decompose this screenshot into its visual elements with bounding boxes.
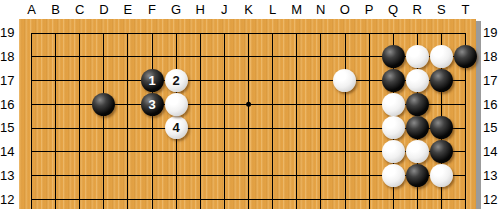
white-stone-O17[interactable] bbox=[333, 69, 356, 92]
row-label-15-l: 15 bbox=[0, 116, 16, 140]
column-label-A: A bbox=[19, 0, 43, 19]
intersection-F16: 3 bbox=[140, 92, 164, 116]
column-label-H: H bbox=[188, 0, 212, 19]
intersection-G16 bbox=[164, 92, 188, 116]
column-label-E: E bbox=[116, 0, 140, 19]
column-label-B: B bbox=[44, 0, 68, 19]
white-stone-G17[interactable]: 2 bbox=[165, 69, 188, 92]
intersection-S14 bbox=[429, 140, 453, 164]
black-stone-Q17[interactable] bbox=[382, 69, 405, 92]
black-stone-D16[interactable] bbox=[92, 93, 115, 116]
row-labels-left: 1918171615141312 bbox=[0, 21, 16, 209]
row-labels-right: 1918171615141312 bbox=[483, 21, 500, 209]
intersection-R13 bbox=[405, 164, 429, 188]
intersection-R16 bbox=[405, 92, 429, 116]
white-stone-Q14[interactable] bbox=[382, 140, 405, 163]
black-stone-S17[interactable] bbox=[430, 69, 453, 92]
intersection-R14 bbox=[405, 140, 429, 164]
intersection-D16 bbox=[92, 92, 116, 116]
row-label-12-l: 12 bbox=[0, 187, 16, 209]
black-stone-R16[interactable] bbox=[406, 93, 429, 116]
intersection-Q13 bbox=[381, 164, 405, 188]
column-label-D: D bbox=[92, 0, 116, 19]
intersection-S15 bbox=[429, 116, 453, 140]
column-label-N: N bbox=[309, 0, 333, 19]
white-stone-G16[interactable] bbox=[165, 93, 188, 116]
column-label-T: T bbox=[453, 0, 477, 19]
white-stone-Q15[interactable] bbox=[382, 116, 405, 139]
row-label-18-r: 18 bbox=[483, 45, 500, 69]
column-label-J: J bbox=[212, 0, 236, 19]
intersection-S18 bbox=[429, 45, 453, 69]
row-label-15-r: 15 bbox=[483, 116, 500, 140]
row-label-19-l: 19 bbox=[0, 21, 16, 45]
move-number: 2 bbox=[173, 74, 180, 87]
column-label-M: M bbox=[285, 0, 309, 19]
row-label-19-r: 19 bbox=[483, 21, 500, 45]
column-label-R: R bbox=[405, 0, 429, 19]
go-diagram-screenshot: ABCDEFGHJKLMNOPQRST 1918171615141312 191… bbox=[0, 0, 500, 209]
row-label-16-l: 16 bbox=[0, 92, 16, 116]
stones-layer: 1234 bbox=[19, 21, 477, 209]
intersection-R18 bbox=[405, 45, 429, 69]
column-label-C: C bbox=[68, 0, 92, 19]
black-stone-R13[interactable] bbox=[406, 164, 429, 187]
intersection-T18 bbox=[453, 45, 477, 69]
column-label-F: F bbox=[140, 0, 164, 19]
row-label-16-r: 16 bbox=[483, 92, 500, 116]
white-stone-R17[interactable] bbox=[406, 69, 429, 92]
white-stone-R18[interactable] bbox=[406, 45, 429, 68]
black-stone-S14[interactable] bbox=[430, 140, 453, 163]
white-stone-S18[interactable] bbox=[430, 45, 453, 68]
column-label-Q: Q bbox=[381, 0, 405, 19]
move-number: 4 bbox=[173, 121, 180, 134]
column-label-P: P bbox=[357, 0, 381, 19]
row-label-18-l: 18 bbox=[0, 45, 16, 69]
column-label-O: O bbox=[333, 0, 357, 19]
column-label-L: L bbox=[261, 0, 285, 19]
black-stone-S15[interactable] bbox=[430, 116, 453, 139]
row-label-12-r: 12 bbox=[483, 187, 500, 209]
intersection-F17: 1 bbox=[140, 69, 164, 93]
intersection-O17 bbox=[333, 69, 357, 93]
black-stone-F16[interactable]: 3 bbox=[141, 93, 164, 116]
column-labels: ABCDEFGHJKLMNOPQRST bbox=[19, 0, 477, 19]
white-stone-Q16[interactable] bbox=[382, 93, 405, 116]
column-label-S: S bbox=[429, 0, 453, 19]
white-stone-G15[interactable]: 4 bbox=[165, 116, 188, 139]
row-label-17-l: 17 bbox=[0, 69, 16, 93]
row-label-17-r: 17 bbox=[483, 69, 500, 93]
row-label-13-r: 13 bbox=[483, 164, 500, 188]
white-stone-R14[interactable] bbox=[406, 140, 429, 163]
row-label-13-l: 13 bbox=[0, 164, 16, 188]
row-label-14-r: 14 bbox=[483, 140, 500, 164]
black-stone-R15[interactable] bbox=[406, 116, 429, 139]
intersection-S17 bbox=[429, 69, 453, 93]
intersection-Q14 bbox=[381, 140, 405, 164]
intersection-Q15 bbox=[381, 116, 405, 140]
move-number: 3 bbox=[148, 98, 155, 111]
black-stone-T18[interactable] bbox=[454, 45, 477, 68]
intersection-Q18 bbox=[381, 45, 405, 69]
intersection-G15: 4 bbox=[164, 116, 188, 140]
intersection-R17 bbox=[405, 69, 429, 93]
white-stone-Q13[interactable] bbox=[382, 164, 405, 187]
column-label-K: K bbox=[236, 0, 260, 19]
row-label-14-l: 14 bbox=[0, 140, 16, 164]
white-stone-S13[interactable] bbox=[430, 164, 453, 187]
move-number: 1 bbox=[148, 74, 155, 87]
black-stone-Q18[interactable] bbox=[382, 45, 405, 68]
intersection-Q17 bbox=[381, 69, 405, 93]
black-stone-F17[interactable]: 1 bbox=[141, 69, 164, 92]
intersection-G17: 2 bbox=[164, 69, 188, 93]
intersection-S13 bbox=[429, 164, 453, 188]
column-label-G: G bbox=[164, 0, 188, 19]
intersection-Q16 bbox=[381, 92, 405, 116]
intersection-R15 bbox=[405, 116, 429, 140]
